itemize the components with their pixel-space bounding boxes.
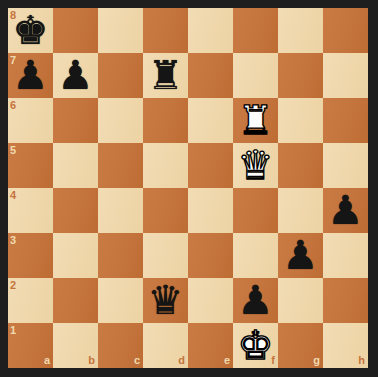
square-e1[interactable]: e [188, 323, 233, 368]
rank-label-2: 2 [10, 280, 16, 291]
square-h5[interactable] [323, 143, 368, 188]
square-g6[interactable] [278, 98, 323, 143]
square-h7[interactable] [323, 53, 368, 98]
white-king[interactable]: ♚ [238, 323, 274, 368]
square-c7[interactable] [98, 53, 143, 98]
rank-label-6: 6 [10, 100, 16, 111]
black-pawn[interactable]: ♟ [328, 188, 364, 233]
square-d3[interactable] [143, 233, 188, 278]
square-e3[interactable] [188, 233, 233, 278]
square-e2[interactable] [188, 278, 233, 323]
square-b2[interactable] [53, 278, 98, 323]
file-label-c: c [134, 355, 140, 366]
square-g3[interactable]: ♟ [278, 233, 323, 278]
square-g7[interactable] [278, 53, 323, 98]
square-a3[interactable]: 3 [8, 233, 53, 278]
file-label-g: g [313, 355, 320, 366]
square-f3[interactable] [233, 233, 278, 278]
file-label-b: b [88, 355, 95, 366]
square-g1[interactable]: g [278, 323, 323, 368]
square-d5[interactable] [143, 143, 188, 188]
square-b6[interactable] [53, 98, 98, 143]
rank-label-4: 4 [10, 190, 16, 201]
black-pawn[interactable]: ♟ [13, 53, 49, 98]
square-f7[interactable] [233, 53, 278, 98]
square-h2[interactable] [323, 278, 368, 323]
square-a2[interactable]: 2 [8, 278, 53, 323]
square-c3[interactable] [98, 233, 143, 278]
square-a5[interactable]: 5 [8, 143, 53, 188]
square-h6[interactable] [323, 98, 368, 143]
square-h1[interactable]: h [323, 323, 368, 368]
square-b7[interactable]: ♟ [53, 53, 98, 98]
square-b5[interactable] [53, 143, 98, 188]
square-c5[interactable] [98, 143, 143, 188]
square-a8[interactable]: 8♚ [8, 8, 53, 53]
white-queen[interactable]: ♛ [238, 143, 274, 188]
square-c8[interactable] [98, 8, 143, 53]
square-f8[interactable] [233, 8, 278, 53]
square-d1[interactable]: d [143, 323, 188, 368]
square-h8[interactable] [323, 8, 368, 53]
rank-label-1: 1 [10, 325, 16, 336]
black-queen[interactable]: ♛ [148, 278, 184, 323]
chessboard: 8♚7♟♟♜6♜5♛4♟3♟2♛♟1abcdef♚gh [8, 8, 368, 367]
black-rook[interactable]: ♜ [148, 53, 184, 98]
square-e6[interactable] [188, 98, 233, 143]
file-label-h: h [358, 355, 365, 366]
black-pawn[interactable]: ♟ [238, 278, 274, 323]
board-frame: 8♚7♟♟♜6♜5♛4♟3♟2♛♟1abcdef♚gh [0, 0, 378, 377]
square-g5[interactable] [278, 143, 323, 188]
black-pawn[interactable]: ♟ [58, 53, 94, 98]
square-c1[interactable]: c [98, 323, 143, 368]
square-b4[interactable] [53, 188, 98, 233]
square-f2[interactable]: ♟ [233, 278, 278, 323]
square-f4[interactable] [233, 188, 278, 233]
square-c4[interactable] [98, 188, 143, 233]
file-label-a: a [44, 355, 50, 366]
black-pawn[interactable]: ♟ [283, 233, 319, 278]
file-label-d: d [178, 355, 185, 366]
rank-label-5: 5 [10, 145, 16, 156]
square-d7[interactable]: ♜ [143, 53, 188, 98]
square-g2[interactable] [278, 278, 323, 323]
white-rook[interactable]: ♜ [238, 98, 274, 143]
black-king[interactable]: ♚ [13, 8, 49, 53]
square-f6[interactable]: ♜ [233, 98, 278, 143]
square-g4[interactable] [278, 188, 323, 233]
square-b3[interactable] [53, 233, 98, 278]
square-b1[interactable]: b [53, 323, 98, 368]
square-d8[interactable] [143, 8, 188, 53]
square-c2[interactable] [98, 278, 143, 323]
square-h4[interactable]: ♟ [323, 188, 368, 233]
square-a4[interactable]: 4 [8, 188, 53, 233]
square-e7[interactable] [188, 53, 233, 98]
square-e8[interactable] [188, 8, 233, 53]
square-b8[interactable] [53, 8, 98, 53]
square-a7[interactable]: 7♟ [8, 53, 53, 98]
square-d4[interactable] [143, 188, 188, 233]
rank-label-3: 3 [10, 235, 16, 246]
square-f5[interactable]: ♛ [233, 143, 278, 188]
file-label-e: e [224, 355, 230, 366]
square-f1[interactable]: f♚ [233, 323, 278, 368]
square-e5[interactable] [188, 143, 233, 188]
square-h3[interactable] [323, 233, 368, 278]
square-a1[interactable]: 1a [8, 323, 53, 368]
square-g8[interactable] [278, 8, 323, 53]
square-e4[interactable] [188, 188, 233, 233]
square-d2[interactable]: ♛ [143, 278, 188, 323]
square-c6[interactable] [98, 98, 143, 143]
square-d6[interactable] [143, 98, 188, 143]
square-a6[interactable]: 6 [8, 98, 53, 143]
